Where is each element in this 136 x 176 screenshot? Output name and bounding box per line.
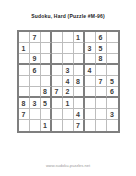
cell-r9c9[interactable] (107, 120, 118, 131)
cell-r6c7[interactable] (85, 87, 96, 98)
cell-r6c4[interactable]: 7 (52, 87, 63, 98)
cell-r5c1[interactable] (19, 76, 30, 87)
cell-r1c8[interactable]: 6 (96, 32, 107, 43)
sudoku-board: 7161359863448758726835174317 (17, 30, 120, 133)
cell-r5c2[interactable] (30, 76, 41, 87)
cell-r7c3[interactable]: 5 (41, 98, 52, 109)
cell-r1c4[interactable] (52, 32, 63, 43)
cell-r1c5[interactable] (63, 32, 74, 43)
page-title: Sudoku, Hard (Puzzle #M-96) (0, 0, 136, 19)
cell-r6c3[interactable]: 8 (41, 87, 52, 98)
cell-r2c1[interactable]: 1 (19, 43, 30, 54)
cell-r1c6[interactable]: 1 (74, 32, 85, 43)
cell-r1c2[interactable]: 7 (30, 32, 41, 43)
cell-r2c9[interactable] (107, 43, 118, 54)
cell-r7c9[interactable] (107, 98, 118, 109)
cell-r5c4[interactable] (52, 76, 63, 87)
cell-r6c9[interactable]: 6 (107, 87, 118, 98)
cell-r6c8[interactable] (96, 87, 107, 98)
cell-r8c4[interactable] (52, 109, 63, 120)
cell-r5c7[interactable] (85, 76, 96, 87)
cell-r7c6[interactable] (74, 98, 85, 109)
cell-r4c8[interactable] (96, 65, 107, 76)
cell-r7c1[interactable]: 8 (19, 98, 30, 109)
cell-r5c6[interactable]: 8 (74, 76, 85, 87)
cell-r7c7[interactable] (85, 98, 96, 109)
cell-r7c5[interactable]: 1 (63, 98, 74, 109)
cell-r2c6[interactable] (74, 43, 85, 54)
cell-r9c6[interactable]: 7 (74, 120, 85, 131)
cell-r3c7[interactable] (85, 54, 96, 65)
cell-r4c1[interactable] (19, 65, 30, 76)
cell-r1c3[interactable] (41, 32, 52, 43)
cell-r5c8[interactable]: 7 (96, 76, 107, 87)
puzzle-page: Sudoku, Hard (Puzzle #M-96) 716135986344… (0, 0, 136, 176)
cell-r9c3[interactable]: 1 (41, 120, 52, 131)
cell-r3c9[interactable] (107, 54, 118, 65)
cell-r9c1[interactable] (19, 120, 30, 131)
cell-r7c8[interactable] (96, 98, 107, 109)
cell-r9c2[interactable] (30, 120, 41, 131)
cell-r9c8[interactable] (96, 120, 107, 131)
cell-r8c3[interactable] (41, 109, 52, 120)
cell-r8c7[interactable] (85, 109, 96, 120)
cell-r8c8[interactable] (96, 109, 107, 120)
cell-r7c2[interactable]: 3 (30, 98, 41, 109)
cell-r3c8[interactable]: 8 (96, 54, 107, 65)
cell-r9c5[interactable] (63, 120, 74, 131)
cell-r1c7[interactable] (85, 32, 96, 43)
cell-r5c5[interactable]: 4 (63, 76, 74, 87)
cell-r6c6[interactable] (74, 87, 85, 98)
cell-r2c3[interactable] (41, 43, 52, 54)
cell-r4c5[interactable]: 3 (63, 65, 74, 76)
cell-r4c7[interactable]: 4 (85, 65, 96, 76)
cell-r4c4[interactable] (52, 65, 63, 76)
cell-r6c5[interactable]: 2 (63, 87, 74, 98)
cell-r3c1[interactable] (19, 54, 30, 65)
cell-r9c4[interactable] (52, 120, 63, 131)
cell-r1c1[interactable] (19, 32, 30, 43)
cell-r8c1[interactable]: 7 (19, 109, 30, 120)
cell-r6c1[interactable] (19, 87, 30, 98)
cell-r9c7[interactable] (85, 120, 96, 131)
cell-r8c9[interactable]: 3 (107, 109, 118, 120)
cell-r4c3[interactable] (41, 65, 52, 76)
cell-r8c2[interactable] (30, 109, 41, 120)
cell-r2c5[interactable] (63, 43, 74, 54)
cell-r6c2[interactable] (30, 87, 41, 98)
cell-r3c2[interactable]: 9 (30, 54, 41, 65)
cell-r3c3[interactable] (41, 54, 52, 65)
cell-r3c5[interactable] (63, 54, 74, 65)
cell-r3c6[interactable] (74, 54, 85, 65)
cell-r4c2[interactable]: 6 (30, 65, 41, 76)
cell-r7c4[interactable] (52, 98, 63, 109)
cell-r3c4[interactable] (52, 54, 63, 65)
cell-r8c6[interactable]: 4 (74, 109, 85, 120)
cell-r2c8[interactable]: 5 (96, 43, 107, 54)
cell-r5c3[interactable] (41, 76, 52, 87)
cell-r4c6[interactable] (74, 65, 85, 76)
cell-r2c2[interactable] (30, 43, 41, 54)
cell-r1c9[interactable] (107, 32, 118, 43)
cell-r8c5[interactable] (63, 109, 74, 120)
cell-r5c9[interactable]: 5 (107, 76, 118, 87)
cell-r2c4[interactable] (52, 43, 63, 54)
footer-url: www.sudoku-puzzles.net (0, 163, 136, 168)
cell-r4c9[interactable] (107, 65, 118, 76)
cell-r2c7[interactable]: 3 (85, 43, 96, 54)
